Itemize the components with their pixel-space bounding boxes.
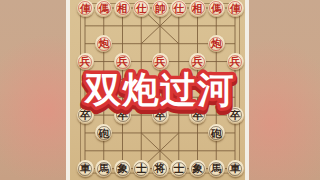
piece-red-cannon[interactable]: 炮 [95, 35, 112, 52]
overlay-title-text: 双炮过河 [84, 69, 235, 110]
piece-glyph: 傌 [208, 0, 225, 17]
piece-glyph: 俥 [77, 0, 94, 17]
thumbnail: 俥傌相仕帥仕相傌俥炮炮兵兵兵兵兵卒卒卒卒卒砲砲車馬象士将士象馬車 双炮过河 双炮… [0, 0, 320, 180]
piece-black-horse[interactable]: 馬 [95, 160, 112, 177]
piece-black-general[interactable]: 将 [152, 160, 169, 177]
piece-black-rook[interactable]: 車 [227, 160, 244, 177]
piece-red-rook[interactable]: 俥 [77, 0, 94, 17]
overlay-title: 双炮过河 双炮过河 [0, 58, 320, 122]
piece-glyph: 象 [114, 160, 131, 177]
piece-glyph: 砲 [208, 124, 225, 141]
piece-red-elephant[interactable]: 相 [114, 0, 131, 17]
piece-red-elephant[interactable]: 相 [189, 0, 206, 17]
piece-red-cannon[interactable]: 炮 [208, 35, 225, 52]
piece-black-elephant[interactable]: 象 [189, 160, 206, 177]
piece-black-elephant[interactable]: 象 [114, 160, 131, 177]
piece-glyph: 馬 [95, 160, 112, 177]
piece-glyph: 士 [133, 160, 150, 177]
piece-glyph: 車 [227, 160, 244, 177]
piece-glyph: 仕 [170, 0, 187, 17]
piece-red-rook[interactable]: 俥 [227, 0, 244, 17]
piece-black-advisor[interactable]: 士 [133, 160, 150, 177]
piece-glyph: 俥 [227, 0, 244, 17]
piece-glyph: 炮 [95, 35, 112, 52]
piece-black-advisor[interactable]: 士 [170, 160, 187, 177]
piece-glyph: 帥 [152, 0, 169, 17]
piece-glyph: 車 [77, 160, 94, 177]
piece-red-horse[interactable]: 傌 [95, 0, 112, 17]
piece-red-general[interactable]: 帥 [152, 0, 169, 17]
piece-red-horse[interactable]: 傌 [208, 0, 225, 17]
piece-glyph: 相 [114, 0, 131, 17]
piece-glyph: 傌 [95, 0, 112, 17]
piece-glyph: 象 [189, 160, 206, 177]
piece-glyph: 士 [170, 160, 187, 177]
piece-black-rook[interactable]: 車 [77, 160, 94, 177]
piece-black-cannon[interactable]: 砲 [208, 124, 225, 141]
piece-black-cannon[interactable]: 砲 [95, 124, 112, 141]
piece-glyph: 馬 [208, 160, 225, 177]
piece-glyph: 仕 [133, 0, 150, 17]
piece-red-advisor[interactable]: 仕 [170, 0, 187, 17]
piece-glyph: 相 [189, 0, 206, 17]
piece-red-advisor[interactable]: 仕 [133, 0, 150, 17]
piece-glyph: 炮 [208, 35, 225, 52]
piece-glyph: 砲 [95, 124, 112, 141]
piece-black-horse[interactable]: 馬 [208, 160, 225, 177]
piece-glyph: 将 [152, 160, 169, 177]
